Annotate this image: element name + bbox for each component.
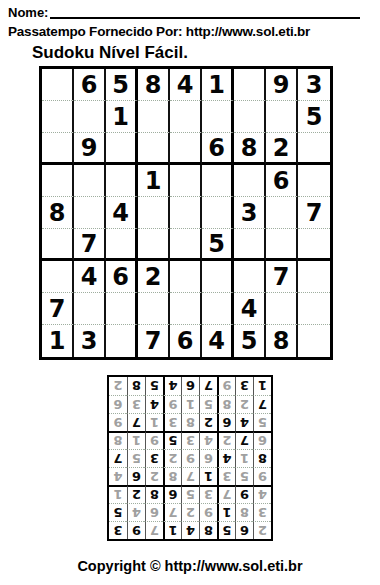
puzzle-cell: 1 — [42, 325, 74, 357]
solution-cell: 7 — [109, 449, 127, 467]
solution-cell: 3 — [109, 521, 127, 539]
solution-cell: 6 — [199, 449, 217, 467]
puzzle-cell: 8 — [138, 69, 170, 101]
solution-cell: 8 — [109, 431, 127, 449]
solution-cell: 3 — [163, 413, 181, 431]
puzzle-cell: 4 — [202, 325, 234, 357]
puzzle-cell: 1 — [202, 69, 234, 101]
puzzle-cell — [266, 101, 298, 133]
puzzle-cell — [106, 229, 138, 261]
solution-cell: 6 — [253, 431, 271, 449]
puzzle-cell: 4 — [74, 261, 106, 293]
solution-cell: 6 — [235, 521, 253, 539]
solution-cell: 1 — [181, 395, 199, 413]
puzzle-cell — [202, 101, 234, 133]
puzzle-cell — [298, 133, 330, 165]
puzzle-cell: 6 — [106, 261, 138, 293]
solution-cell: 1 — [163, 521, 181, 539]
solution-cell: 4 — [253, 485, 271, 503]
puzzle-cell: 1 — [138, 165, 170, 197]
solution-cell: 9 — [217, 377, 235, 395]
solution-cell: 5 — [181, 485, 199, 503]
solution-cell: 1 — [109, 485, 127, 503]
solution-cell: 6 — [181, 377, 199, 395]
solution-cell: 6 — [145, 503, 163, 521]
puzzle-cell — [106, 293, 138, 325]
solution-cell: 4 — [163, 377, 181, 395]
solution-cell: 9 — [253, 467, 271, 485]
sudoku-solution-grid-rotated: 2658417933819276454973568219531782648146… — [107, 375, 273, 541]
puzzle-cell — [266, 229, 298, 261]
puzzle-cell: 2 — [266, 133, 298, 165]
puzzle-cell: 4 — [170, 69, 202, 101]
solution-cell: 2 — [181, 503, 199, 521]
solution-cell: 8 — [127, 377, 145, 395]
puzzle-cell — [170, 165, 202, 197]
solution-cell: 2 — [217, 431, 235, 449]
puzzle-cell — [298, 261, 330, 293]
solution-cell: 9 — [181, 449, 199, 467]
solution-cell: 3 — [199, 485, 217, 503]
name-row: Nome: — [8, 4, 360, 19]
puzzle-cell: 8 — [234, 133, 266, 165]
puzzle-cell: 5 — [202, 229, 234, 261]
solution-cell: 7 — [127, 413, 145, 431]
solution-cell: 2 — [199, 413, 217, 431]
puzzle-cell: 7 — [74, 229, 106, 261]
puzzle-cell: 5 — [298, 101, 330, 133]
puzzle-cell — [74, 197, 106, 229]
solution-cell: 3 — [145, 449, 163, 467]
puzzle-cell — [42, 69, 74, 101]
solution-cell: 5 — [217, 521, 235, 539]
solution-cell: 9 — [199, 503, 217, 521]
solution-cell: 9 — [163, 395, 181, 413]
solution-cell: 4 — [217, 449, 235, 467]
puzzle-cell — [138, 293, 170, 325]
solution-grid-wrap: 2658417933819276454973568219531782648146… — [8, 375, 372, 541]
solution-cell: 3 — [235, 377, 253, 395]
solution-cell: 8 — [235, 503, 253, 521]
puzzle-cell: 7 — [42, 293, 74, 325]
puzzle-cell — [74, 101, 106, 133]
puzzle-cell — [298, 325, 330, 357]
solution-cell: 6 — [127, 467, 145, 485]
puzzle-cell — [234, 69, 266, 101]
solution-cell: 7 — [145, 521, 163, 539]
solution-cell: 7 — [253, 395, 271, 413]
puzzle-cell — [138, 229, 170, 261]
solution-cell: 8 — [145, 485, 163, 503]
puzzle-cell — [234, 229, 266, 261]
puzzle-cell — [170, 197, 202, 229]
page-title: Sudoku Nível Fácil. — [32, 43, 372, 63]
puzzle-cell — [138, 101, 170, 133]
solution-cell: 5 — [235, 467, 253, 485]
solution-cell: 2 — [163, 449, 181, 467]
solution-cell: 2 — [109, 377, 127, 395]
solution-cell: 9 — [127, 521, 145, 539]
puzzle-cell: 3 — [74, 325, 106, 357]
solution-cell: 7 — [199, 377, 217, 395]
puzzle-cell: 9 — [74, 133, 106, 165]
puzzle-cell — [298, 165, 330, 197]
name-underline — [50, 5, 360, 19]
puzzle-cell — [138, 197, 170, 229]
puzzle-cell: 5 — [234, 325, 266, 357]
puzzle-cell — [106, 165, 138, 197]
puzzle-cell — [202, 293, 234, 325]
solution-cell: 3 — [253, 503, 271, 521]
solution-cell: 7 — [181, 467, 199, 485]
solution-cell: 5 — [109, 503, 127, 521]
solution-cell: 8 — [199, 521, 217, 539]
puzzle-cell — [202, 165, 234, 197]
solution-cell: 8 — [163, 467, 181, 485]
solution-cell: 8 — [181, 413, 199, 431]
solution-cell: 4 — [127, 503, 145, 521]
puzzle-cell: 2 — [138, 261, 170, 293]
puzzle-cell — [266, 293, 298, 325]
puzzle-cell — [170, 133, 202, 165]
puzzle-cell — [42, 229, 74, 261]
puzzle-cell — [74, 293, 106, 325]
solution-cell: 7 — [235, 431, 253, 449]
puzzle-cell: 6 — [266, 165, 298, 197]
solution-cell: 5 — [163, 431, 181, 449]
solution-cell: 3 — [217, 467, 235, 485]
puzzle-cell — [106, 133, 138, 165]
solution-cell: 4 — [199, 431, 217, 449]
solution-cell: 2 — [127, 485, 145, 503]
puzzle-cell: 4 — [234, 293, 266, 325]
puzzle-cell — [74, 165, 106, 197]
solution-cell: 5 — [253, 413, 271, 431]
puzzle-cell — [42, 101, 74, 133]
sudoku-puzzle-grid: 6584193159682168437754627741376458 — [39, 66, 333, 360]
puzzle-cell — [234, 101, 266, 133]
solution-cell: 4 — [109, 467, 127, 485]
puzzle-cell: 8 — [266, 325, 298, 357]
puzzle-cell — [170, 293, 202, 325]
puzzle-cell — [170, 261, 202, 293]
puzzle-cell — [138, 133, 170, 165]
puzzle-cell — [298, 229, 330, 261]
solution-cell: 3 — [127, 395, 145, 413]
solution-cell: 4 — [235, 413, 253, 431]
puzzle-cell — [42, 133, 74, 165]
puzzle-cell — [298, 293, 330, 325]
solution-cell: 2 — [145, 467, 163, 485]
solution-cell: 4 — [145, 395, 163, 413]
solution-cell: 6 — [109, 395, 127, 413]
solution-cell: 1 — [145, 413, 163, 431]
puzzle-cell — [170, 101, 202, 133]
solution-cell: 7 — [163, 503, 181, 521]
solution-cell: 6 — [163, 485, 181, 503]
name-label: Nome: — [8, 6, 48, 19]
puzzle-cell: 6 — [202, 133, 234, 165]
puzzle-cell: 7 — [138, 325, 170, 357]
puzzle-cell: 3 — [234, 197, 266, 229]
puzzle-cell — [42, 165, 74, 197]
solution-cell: 8 — [217, 395, 235, 413]
solution-cell: 2 — [235, 395, 253, 413]
puzzle-cell — [234, 165, 266, 197]
puzzle-cell: 8 — [42, 197, 74, 229]
puzzle-cell: 1 — [106, 101, 138, 133]
puzzle-cell — [234, 261, 266, 293]
solution-cell: 9 — [145, 431, 163, 449]
puzzle-cell — [202, 197, 234, 229]
solution-cell: 1 — [235, 449, 253, 467]
worksheet-page: Nome: Passatempo Fornecido Por: http://w… — [0, 0, 380, 585]
puzzle-cell: 9 — [266, 69, 298, 101]
solution-cell: 1 — [253, 377, 271, 395]
puzzle-cell — [106, 325, 138, 357]
solution-cell: 5 — [145, 377, 163, 395]
solution-cell: 1 — [199, 467, 217, 485]
puzzle-cell: 4 — [106, 197, 138, 229]
solution-cell: 1 — [127, 431, 145, 449]
puzzle-cell — [266, 197, 298, 229]
solution-cell: 1 — [217, 503, 235, 521]
copyright-line: Copyright © http://www.sol.eti.br — [8, 558, 372, 574]
puzzle-cell: 6 — [170, 325, 202, 357]
solution-cell: 7 — [217, 485, 235, 503]
solution-cell: 3 — [181, 431, 199, 449]
provider-line: Passatempo Fornecido Por: http://www.sol… — [8, 24, 372, 39]
solution-cell: 5 — [199, 395, 217, 413]
solution-cell: 2 — [253, 521, 271, 539]
puzzle-cell — [42, 261, 74, 293]
puzzle-cell: 3 — [298, 69, 330, 101]
puzzle-cell — [202, 261, 234, 293]
solution-cell: 4 — [181, 521, 199, 539]
puzzle-cell: 6 — [74, 69, 106, 101]
solution-cell: 8 — [253, 449, 271, 467]
solution-cell: 9 — [109, 413, 127, 431]
solution-cell: 6 — [217, 413, 235, 431]
solution-cell: 5 — [127, 449, 145, 467]
puzzle-cell — [170, 229, 202, 261]
puzzle-cell: 7 — [298, 197, 330, 229]
solution-cell: 9 — [235, 485, 253, 503]
puzzle-cell: 5 — [106, 69, 138, 101]
puzzle-cell: 7 — [266, 261, 298, 293]
